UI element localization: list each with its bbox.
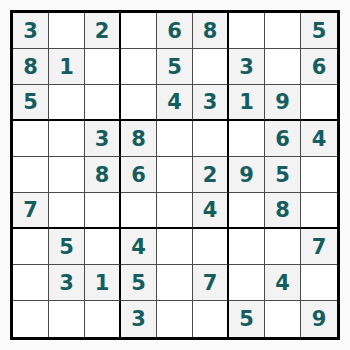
cell-r4c9[interactable]: 4 (301, 121, 337, 157)
cell-r2c1[interactable]: 8 (13, 49, 49, 85)
cell-r8c8[interactable]: 4 (265, 265, 301, 301)
cell-r6c1[interactable]: 7 (13, 193, 49, 229)
cell-r9c5[interactable] (157, 301, 193, 337)
cell-r7c8[interactable] (265, 229, 301, 265)
cell-r4c6[interactable] (193, 121, 229, 157)
cell-r3c1[interactable]: 5 (13, 85, 49, 121)
cell-r1c2[interactable] (49, 13, 85, 49)
cell-r3c6[interactable]: 3 (193, 85, 229, 121)
cell-r2c6[interactable] (193, 49, 229, 85)
cell-r2c8[interactable] (265, 49, 301, 85)
cell-r4c8[interactable]: 6 (265, 121, 301, 157)
cell-r2c3[interactable] (85, 49, 121, 85)
cell-r5c7[interactable]: 9 (229, 157, 265, 193)
cell-r1c1[interactable]: 3 (13, 13, 49, 49)
cell-r3c9[interactable] (301, 85, 337, 121)
cell-r8c5[interactable] (157, 265, 193, 301)
cell-r6c2[interactable] (49, 193, 85, 229)
cell-r6c9[interactable] (301, 193, 337, 229)
cell-r9c3[interactable] (85, 301, 121, 337)
cell-r1c7[interactable] (229, 13, 265, 49)
cell-r8c1[interactable] (13, 265, 49, 301)
cell-r2c4[interactable] (121, 49, 157, 85)
cell-r9c6[interactable] (193, 301, 229, 337)
cell-r8c2[interactable]: 3 (49, 265, 85, 301)
cell-r7c2[interactable]: 5 (49, 229, 85, 265)
cell-r4c1[interactable] (13, 121, 49, 157)
cell-r5c1[interactable] (13, 157, 49, 193)
cell-r6c3[interactable] (85, 193, 121, 229)
cell-r3c4[interactable] (121, 85, 157, 121)
cell-r3c3[interactable] (85, 85, 121, 121)
cell-r5c9[interactable] (301, 157, 337, 193)
cell-r1c6[interactable]: 8 (193, 13, 229, 49)
cell-r3c8[interactable]: 9 (265, 85, 301, 121)
cell-r6c5[interactable] (157, 193, 193, 229)
cell-r6c4[interactable] (121, 193, 157, 229)
sudoku-page: 32685815365431938648629574854731574359 (0, 0, 350, 350)
cell-r8c3[interactable]: 1 (85, 265, 121, 301)
cell-r5c3[interactable]: 8 (85, 157, 121, 193)
cell-r4c7[interactable] (229, 121, 265, 157)
cell-r7c4[interactable]: 4 (121, 229, 157, 265)
cell-r5c4[interactable]: 6 (121, 157, 157, 193)
cell-r5c5[interactable] (157, 157, 193, 193)
cell-r1c8[interactable] (265, 13, 301, 49)
cell-r7c7[interactable] (229, 229, 265, 265)
cell-r7c1[interactable] (13, 229, 49, 265)
cell-r8c4[interactable]: 5 (121, 265, 157, 301)
cell-r1c4[interactable] (121, 13, 157, 49)
cell-r7c9[interactable]: 7 (301, 229, 337, 265)
cell-r9c2[interactable] (49, 301, 85, 337)
cell-r4c5[interactable] (157, 121, 193, 157)
sudoku-board: 32685815365431938648629574854731574359 (10, 10, 340, 340)
cell-r7c3[interactable] (85, 229, 121, 265)
cell-r1c5[interactable]: 6 (157, 13, 193, 49)
cell-r4c2[interactable] (49, 121, 85, 157)
cell-r8c9[interactable] (301, 265, 337, 301)
cell-r6c6[interactable]: 4 (193, 193, 229, 229)
cell-r9c9[interactable]: 9 (301, 301, 337, 337)
cell-r3c7[interactable]: 1 (229, 85, 265, 121)
cell-r2c2[interactable]: 1 (49, 49, 85, 85)
cell-r5c8[interactable]: 5 (265, 157, 301, 193)
cell-r1c9[interactable]: 5 (301, 13, 337, 49)
cell-r3c5[interactable]: 4 (157, 85, 193, 121)
cell-r9c7[interactable]: 5 (229, 301, 265, 337)
cell-r6c8[interactable]: 8 (265, 193, 301, 229)
cell-r1c3[interactable]: 2 (85, 13, 121, 49)
cell-r3c2[interactable] (49, 85, 85, 121)
cell-r5c6[interactable]: 2 (193, 157, 229, 193)
cell-r9c4[interactable]: 3 (121, 301, 157, 337)
cell-r7c6[interactable] (193, 229, 229, 265)
cell-r5c2[interactable] (49, 157, 85, 193)
cell-r2c5[interactable]: 5 (157, 49, 193, 85)
cell-r8c6[interactable]: 7 (193, 265, 229, 301)
cell-r4c4[interactable]: 8 (121, 121, 157, 157)
cell-r2c7[interactable]: 3 (229, 49, 265, 85)
cell-r9c1[interactable] (13, 301, 49, 337)
cell-r6c7[interactable] (229, 193, 265, 229)
cell-r2c9[interactable]: 6 (301, 49, 337, 85)
cell-r9c8[interactable] (265, 301, 301, 337)
cell-r7c5[interactable] (157, 229, 193, 265)
cell-r4c3[interactable]: 3 (85, 121, 121, 157)
cell-r8c7[interactable] (229, 265, 265, 301)
